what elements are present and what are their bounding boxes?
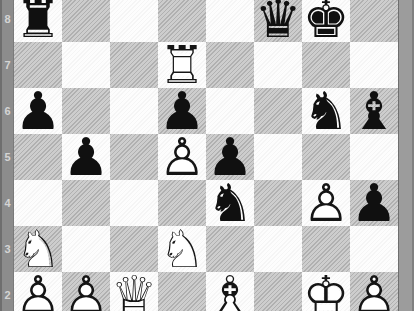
white-queen-outline: ♕: [110, 272, 158, 311]
square-g8[interactable]: ♚: [302, 0, 350, 42]
square-b4[interactable]: [62, 180, 110, 226]
white-bishop-fill: ♝: [206, 272, 254, 311]
square-e7[interactable]: [206, 42, 254, 88]
right-border-bar: [398, 0, 414, 311]
square-h2[interactable]: ♟♙: [350, 272, 398, 311]
square-d7[interactable]: ♜♖: [158, 42, 206, 88]
rank-labels-bar: 8765432: [0, 0, 14, 311]
square-d3[interactable]: ♞♘: [158, 226, 206, 272]
square-d4[interactable]: [158, 180, 206, 226]
square-e2[interactable]: ♝♗: [206, 272, 254, 311]
square-d6[interactable]: ♟: [158, 88, 206, 134]
white-bishop-outline: ♗: [206, 272, 254, 311]
black-queen[interactable]: ♛: [254, 0, 302, 42]
square-h4[interactable]: ♟: [350, 180, 398, 226]
square-c4[interactable]: [110, 180, 158, 226]
square-c5[interactable]: [110, 134, 158, 180]
square-h8[interactable]: [350, 0, 398, 42]
square-d2[interactable]: [158, 272, 206, 311]
square-b2[interactable]: ♟♙: [62, 272, 110, 311]
white-pawn-outline: ♙: [302, 180, 350, 226]
square-c7[interactable]: [110, 42, 158, 88]
rank-label-3: 3: [2, 226, 13, 272]
white-pawn[interactable]: ♟♙: [350, 272, 398, 311]
black-pawn[interactable]: ♟: [206, 134, 254, 180]
black-pawn[interactable]: ♟: [350, 180, 398, 226]
black-knight[interactable]: ♞: [206, 180, 254, 226]
white-queen-fill: ♛: [110, 272, 158, 311]
black-knight-glyph: ♞: [206, 180, 254, 226]
white-pawn-fill: ♟: [14, 272, 62, 311]
square-f2[interactable]: [254, 272, 302, 311]
square-h6[interactable]: ♝: [350, 88, 398, 134]
square-f8[interactable]: ♛: [254, 0, 302, 42]
square-g4[interactable]: ♟♙: [302, 180, 350, 226]
black-knight[interactable]: ♞: [302, 88, 350, 134]
square-e6[interactable]: [206, 88, 254, 134]
black-pawn[interactable]: ♟: [62, 134, 110, 180]
white-bishop[interactable]: ♝♗: [206, 272, 254, 311]
square-f4[interactable]: [254, 180, 302, 226]
rank-label-4: 4: [2, 180, 13, 226]
black-pawn[interactable]: ♟: [14, 88, 62, 134]
white-pawn-outline: ♙: [14, 272, 62, 311]
black-knight-glyph: ♞: [302, 88, 350, 134]
white-pawn[interactable]: ♟♙: [302, 180, 350, 226]
white-pawn-outline: ♙: [62, 272, 110, 311]
black-pawn-glyph: ♟: [62, 134, 110, 180]
rank-label-grid: 8765432: [2, 0, 13, 311]
square-c8[interactable]: [110, 0, 158, 42]
square-f3[interactable]: [254, 226, 302, 272]
black-bishop[interactable]: ♝: [350, 88, 398, 134]
white-rook[interactable]: ♜♖: [158, 42, 206, 88]
square-a5[interactable]: [14, 134, 62, 180]
square-c3[interactable]: [110, 226, 158, 272]
black-rook[interactable]: ♜: [14, 0, 62, 42]
white-knight[interactable]: ♞♘: [14, 226, 62, 272]
black-pawn-glyph: ♟: [158, 88, 206, 134]
square-h3[interactable]: [350, 226, 398, 272]
square-c2[interactable]: ♛♕: [110, 272, 158, 311]
white-king-outline: ♔: [302, 272, 350, 311]
rank-label-5: 5: [2, 134, 13, 180]
square-d5[interactable]: ♟♙: [158, 134, 206, 180]
rank-label-8: 8: [2, 0, 13, 42]
white-king[interactable]: ♚♔: [302, 272, 350, 311]
white-knight-fill: ♞: [14, 226, 62, 272]
white-pawn[interactable]: ♟♙: [14, 272, 62, 311]
square-a3[interactable]: ♞♘: [14, 226, 62, 272]
square-e8[interactable]: [206, 0, 254, 42]
chess-diagram: 8765432 ♜♛♚♜♖♟♟♞♝♟♟♙♟♞♟♙♟♞♘♞♘♟♙♟♙♛♕♝♗♚♔♟…: [0, 0, 414, 311]
square-f7[interactable]: [254, 42, 302, 88]
black-rook-glyph: ♜: [14, 0, 62, 42]
rank-label-6: 6: [2, 88, 13, 134]
square-b5[interactable]: ♟: [62, 134, 110, 180]
square-f6[interactable]: [254, 88, 302, 134]
rank-label-2: 2: [2, 272, 13, 311]
rank-label-7: 7: [2, 42, 13, 88]
square-a2[interactable]: ♟♙: [14, 272, 62, 311]
black-queen-glyph: ♛: [254, 0, 302, 42]
square-e4[interactable]: ♞: [206, 180, 254, 226]
white-king-fill: ♚: [302, 272, 350, 311]
square-e3[interactable]: [206, 226, 254, 272]
square-f5[interactable]: [254, 134, 302, 180]
white-knight-fill: ♞: [158, 226, 206, 272]
white-pawn-fill: ♟: [62, 272, 110, 311]
square-g2[interactable]: ♚♔: [302, 272, 350, 311]
white-knight-outline: ♘: [14, 226, 62, 272]
square-a8[interactable]: ♜: [14, 0, 62, 42]
white-pawn-fill: ♟: [302, 180, 350, 226]
black-pawn-glyph: ♟: [350, 180, 398, 226]
black-pawn[interactable]: ♟: [158, 88, 206, 134]
square-b3[interactable]: [62, 226, 110, 272]
white-pawn[interactable]: ♟♙: [158, 134, 206, 180]
black-king-glyph: ♚: [302, 0, 350, 42]
square-d8[interactable]: [158, 0, 206, 42]
square-g3[interactable]: [302, 226, 350, 272]
square-g5[interactable]: [302, 134, 350, 180]
white-knight[interactable]: ♞♘: [158, 226, 206, 272]
square-g6[interactable]: ♞: [302, 88, 350, 134]
white-rook-fill: ♜: [158, 42, 206, 88]
black-king[interactable]: ♚: [302, 0, 350, 42]
square-a7[interactable]: [14, 42, 62, 88]
chess-board[interactable]: ♜♛♚♜♖♟♟♞♝♟♟♙♟♞♟♙♟♞♘♞♘♟♙♟♙♛♕♝♗♚♔♟♙: [14, 0, 398, 311]
square-h5[interactable]: [350, 134, 398, 180]
square-b6[interactable]: [62, 88, 110, 134]
square-c6[interactable]: [110, 88, 158, 134]
white-rook-outline: ♖: [158, 42, 206, 88]
black-bishop-glyph: ♝: [350, 88, 398, 134]
white-pawn-fill: ♟: [350, 272, 398, 311]
square-g7[interactable]: [302, 42, 350, 88]
square-h7[interactable]: [350, 42, 398, 88]
square-b7[interactable]: [62, 42, 110, 88]
white-pawn-outline: ♙: [350, 272, 398, 311]
white-pawn-fill: ♟: [158, 134, 206, 180]
square-e5[interactable]: ♟: [206, 134, 254, 180]
square-a4[interactable]: [14, 180, 62, 226]
square-b8[interactable]: [62, 0, 110, 42]
white-queen[interactable]: ♛♕: [110, 272, 158, 311]
white-pawn-outline: ♙: [158, 134, 206, 180]
white-pawn[interactable]: ♟♙: [62, 272, 110, 311]
white-knight-outline: ♘: [158, 226, 206, 272]
black-pawn-glyph: ♟: [14, 88, 62, 134]
square-a6[interactable]: ♟: [14, 88, 62, 134]
black-pawn-glyph: ♟: [206, 134, 254, 180]
